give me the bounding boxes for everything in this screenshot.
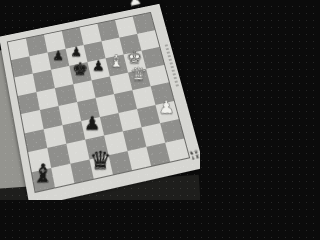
brand-logo-icon: ♞♛♝♜ [188,149,200,161]
photo-scene: ♟♟♚♟♝♚♛♟♟♛♝ ♞♛♝♜ ♟ [0,0,200,200]
piece-white-pawn-offboard[interactable]: ♟ [127,0,143,9]
square-h1[interactable] [165,138,189,162]
piece-black-pawn-d7[interactable]: ♟ [70,46,82,59]
piece-black-queen-d1[interactable]: ♛ [89,149,112,174]
piece-white-bishop-f6[interactable]: ♝ [108,53,124,70]
piece-black-pawn-c7[interactable]: ♟ [52,50,64,63]
piece-white-pawn-h3[interactable]: ♟ [157,99,174,117]
chess-mat: ♟♟♚♟♝♚♛♟♟♛♝ ♞♛♝♜ [0,4,200,200]
piece-black-pawn-d3[interactable]: ♟ [83,115,100,133]
chess-board: ♟♟♚♟♝♚♛♟♟♛♝ [8,13,189,192]
piece-black-pawn-e6[interactable]: ♟ [91,59,104,73]
piece-black-bishop-a1[interactable]: ♝ [31,161,54,186]
piece-white-queen-g5[interactable]: ♛ [129,66,147,84]
piece-black-king-d6[interactable]: ♚ [71,61,87,78]
